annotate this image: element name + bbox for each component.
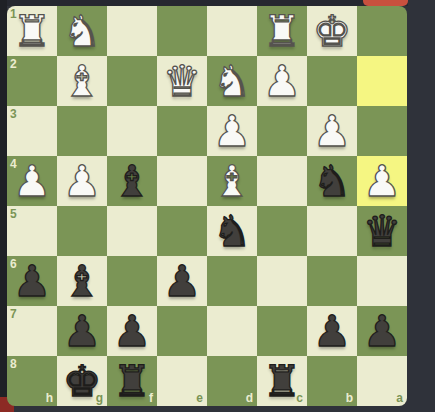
square-a3[interactable] bbox=[357, 106, 407, 156]
square-f7[interactable]: ♟ bbox=[107, 306, 157, 356]
square-h2[interactable]: 2 bbox=[7, 56, 57, 106]
app-window: 1♜♞♜♚2♝♛♞♟3♟♟4♟♟♝♝♞♟5♞♛6♟♝♟7♟♟♟♟8hg♚f♜ed… bbox=[0, 0, 435, 412]
square-c1[interactable]: ♜ bbox=[257, 6, 307, 56]
piece-white-bishop-d4[interactable]: ♝ bbox=[213, 156, 252, 206]
square-a6[interactable] bbox=[357, 256, 407, 306]
square-h1[interactable]: 1♜ bbox=[7, 6, 57, 56]
piece-black-pawn-e6[interactable]: ♟ bbox=[163, 256, 202, 306]
square-g2[interactable]: ♝ bbox=[57, 56, 107, 106]
piece-white-pawn-c2[interactable]: ♟ bbox=[263, 56, 302, 106]
square-c7[interactable] bbox=[257, 306, 307, 356]
square-c3[interactable] bbox=[257, 106, 307, 156]
square-b4[interactable]: ♞ bbox=[307, 156, 357, 206]
piece-black-knight-d5[interactable]: ♞ bbox=[213, 206, 252, 256]
file-label-b: b bbox=[346, 392, 353, 404]
piece-black-rook-f8[interactable]: ♜ bbox=[113, 356, 152, 406]
rank-label-7: 7 bbox=[10, 308, 17, 320]
square-e1[interactable] bbox=[157, 6, 207, 56]
square-h4[interactable]: 4♟ bbox=[7, 156, 57, 206]
square-e8[interactable]: e bbox=[157, 356, 207, 406]
square-a8[interactable]: a bbox=[357, 356, 407, 406]
piece-black-bishop-f4[interactable]: ♝ bbox=[113, 156, 152, 206]
square-h6[interactable]: 6♟ bbox=[7, 256, 57, 306]
piece-white-pawn-g4[interactable]: ♟ bbox=[63, 156, 102, 206]
square-c8[interactable]: c♜ bbox=[257, 356, 307, 406]
window-left-edge bbox=[0, 0, 7, 412]
square-a5[interactable]: ♛ bbox=[357, 206, 407, 256]
piece-white-rook-h1[interactable]: ♜ bbox=[13, 6, 52, 56]
piece-white-queen-e2[interactable]: ♛ bbox=[163, 56, 202, 106]
piece-black-rook-c8[interactable]: ♜ bbox=[263, 356, 302, 406]
piece-white-pawn-d3[interactable]: ♟ bbox=[213, 106, 252, 156]
square-d2[interactable]: ♞ bbox=[207, 56, 257, 106]
square-h3[interactable]: 3 bbox=[7, 106, 57, 156]
square-b8[interactable]: b bbox=[307, 356, 357, 406]
piece-white-pawn-b3[interactable]: ♟ bbox=[313, 106, 352, 156]
square-g5[interactable] bbox=[57, 206, 107, 256]
piece-white-pawn-a4[interactable]: ♟ bbox=[363, 156, 402, 206]
square-d7[interactable] bbox=[207, 306, 257, 356]
square-f4[interactable]: ♝ bbox=[107, 156, 157, 206]
piece-black-pawn-f7[interactable]: ♟ bbox=[113, 306, 152, 356]
square-d5[interactable]: ♞ bbox=[207, 206, 257, 256]
square-d8[interactable]: d bbox=[207, 356, 257, 406]
square-c5[interactable] bbox=[257, 206, 307, 256]
square-b2[interactable] bbox=[307, 56, 357, 106]
square-h5[interactable]: 5 bbox=[7, 206, 57, 256]
square-d3[interactable]: ♟ bbox=[207, 106, 257, 156]
piece-black-pawn-g7[interactable]: ♟ bbox=[63, 306, 102, 356]
rank-label-3: 3 bbox=[10, 108, 17, 120]
square-g4[interactable]: ♟ bbox=[57, 156, 107, 206]
square-e6[interactable]: ♟ bbox=[157, 256, 207, 306]
rank-label-5: 5 bbox=[10, 208, 17, 220]
square-e2[interactable]: ♛ bbox=[157, 56, 207, 106]
square-a2[interactable] bbox=[357, 56, 407, 106]
piece-black-pawn-h6[interactable]: ♟ bbox=[13, 256, 52, 306]
square-d6[interactable] bbox=[207, 256, 257, 306]
square-e4[interactable] bbox=[157, 156, 207, 206]
square-g7[interactable]: ♟ bbox=[57, 306, 107, 356]
square-f5[interactable] bbox=[107, 206, 157, 256]
square-b7[interactable]: ♟ bbox=[307, 306, 357, 356]
square-b1[interactable]: ♚ bbox=[307, 6, 357, 56]
square-f2[interactable] bbox=[107, 56, 157, 106]
square-b3[interactable]: ♟ bbox=[307, 106, 357, 156]
square-c4[interactable] bbox=[257, 156, 307, 206]
square-a1[interactable] bbox=[357, 6, 407, 56]
square-b5[interactable] bbox=[307, 206, 357, 256]
piece-black-bishop-g6[interactable]: ♝ bbox=[63, 256, 102, 306]
square-d4[interactable]: ♝ bbox=[207, 156, 257, 206]
piece-white-knight-g1[interactable]: ♞ bbox=[63, 6, 102, 56]
square-e3[interactable] bbox=[157, 106, 207, 156]
piece-white-pawn-h4[interactable]: ♟ bbox=[13, 156, 52, 206]
square-g6[interactable]: ♝ bbox=[57, 256, 107, 306]
file-label-a: a bbox=[396, 392, 403, 404]
piece-black-pawn-a7[interactable]: ♟ bbox=[363, 306, 402, 356]
rank-label-2: 2 bbox=[10, 58, 17, 70]
square-f8[interactable]: f♜ bbox=[107, 356, 157, 406]
square-g1[interactable]: ♞ bbox=[57, 6, 107, 56]
chess-board[interactable]: 1♜♞♜♚2♝♛♞♟3♟♟4♟♟♝♝♞♟5♞♛6♟♝♟7♟♟♟♟8hg♚f♜ed… bbox=[7, 6, 407, 406]
piece-white-knight-d2[interactable]: ♞ bbox=[213, 56, 252, 106]
square-c2[interactable]: ♟ bbox=[257, 56, 307, 106]
square-e7[interactable] bbox=[157, 306, 207, 356]
piece-black-king-g8[interactable]: ♚ bbox=[63, 356, 102, 406]
piece-black-pawn-b7[interactable]: ♟ bbox=[313, 306, 352, 356]
square-f3[interactable] bbox=[107, 106, 157, 156]
square-f1[interactable] bbox=[107, 6, 157, 56]
piece-white-king-b1[interactable]: ♚ bbox=[313, 6, 352, 56]
file-label-e: e bbox=[196, 392, 203, 404]
piece-white-bishop-g2[interactable]: ♝ bbox=[63, 56, 102, 106]
rank-label-8: 8 bbox=[10, 358, 17, 370]
square-g8[interactable]: g♚ bbox=[57, 356, 107, 406]
file-label-h: h bbox=[46, 392, 53, 404]
square-f6[interactable] bbox=[107, 256, 157, 306]
square-h8[interactable]: 8h bbox=[7, 356, 57, 406]
piece-black-queen-a5[interactable]: ♛ bbox=[363, 206, 402, 256]
square-g3[interactable] bbox=[57, 106, 107, 156]
piece-white-rook-c1[interactable]: ♜ bbox=[263, 6, 302, 56]
square-a4[interactable]: ♟ bbox=[357, 156, 407, 206]
file-label-d: d bbox=[246, 392, 253, 404]
square-d1[interactable] bbox=[207, 6, 257, 56]
piece-black-knight-b4[interactable]: ♞ bbox=[313, 156, 352, 206]
square-b6[interactable] bbox=[307, 256, 357, 306]
square-a7[interactable]: ♟ bbox=[357, 306, 407, 356]
square-h7[interactable]: 7 bbox=[7, 306, 57, 356]
square-c6[interactable] bbox=[257, 256, 307, 306]
square-e5[interactable] bbox=[157, 206, 207, 256]
